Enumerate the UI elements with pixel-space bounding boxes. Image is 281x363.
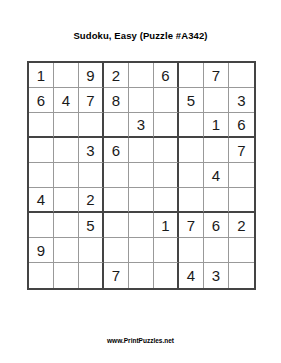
sudoku-cell[interactable]: [29, 138, 54, 163]
sudoku-cell[interactable]: 6: [104, 138, 129, 163]
sudoku-cell[interactable]: 6: [229, 113, 254, 138]
sudoku-cell[interactable]: [104, 188, 129, 213]
sudoku-cell[interactable]: 6: [29, 88, 54, 113]
sudoku-cell[interactable]: [79, 238, 104, 263]
sudoku-cell[interactable]: [29, 263, 54, 288]
sudoku-cell[interactable]: [179, 188, 204, 213]
sudoku-cell[interactable]: [129, 63, 154, 88]
sudoku-cell[interactable]: [179, 238, 204, 263]
sudoku-cell[interactable]: [54, 213, 79, 238]
sudoku-cell[interactable]: [154, 188, 179, 213]
sudoku-cell[interactable]: [229, 63, 254, 88]
sudoku-cell[interactable]: 4: [54, 88, 79, 113]
sudoku-cell[interactable]: 7: [104, 263, 129, 288]
sudoku-cell[interactable]: [204, 188, 229, 213]
sudoku-cell[interactable]: 6: [154, 63, 179, 88]
sudoku-cell[interactable]: [104, 238, 129, 263]
sudoku-cell[interactable]: [154, 263, 179, 288]
sudoku-cell[interactable]: 4: [204, 163, 229, 188]
sudoku-cell[interactable]: [79, 263, 104, 288]
sudoku-cell[interactable]: 7: [204, 63, 229, 88]
sudoku-cell[interactable]: [204, 238, 229, 263]
sudoku-cell[interactable]: [129, 238, 154, 263]
sudoku-cell[interactable]: [229, 238, 254, 263]
sudoku-cell[interactable]: [179, 138, 204, 163]
sudoku-cell[interactable]: 5: [179, 88, 204, 113]
sudoku-cell[interactable]: [154, 138, 179, 163]
sudoku-cell[interactable]: 4: [179, 263, 204, 288]
sudoku-cell[interactable]: 8: [104, 88, 129, 113]
sudoku-cell[interactable]: [54, 188, 79, 213]
sudoku-cell[interactable]: 1: [29, 63, 54, 88]
sudoku-cell[interactable]: [129, 188, 154, 213]
sudoku-cell[interactable]: [179, 63, 204, 88]
sudoku-cell[interactable]: 7: [79, 88, 104, 113]
puzzle-title: Sudoku, Easy (Puzzle #A342): [0, 30, 281, 41]
sudoku-cell[interactable]: [54, 113, 79, 138]
sudoku-cell[interactable]: 7: [229, 138, 254, 163]
sudoku-cell[interactable]: [229, 263, 254, 288]
sudoku-cell[interactable]: [79, 113, 104, 138]
sudoku-cell[interactable]: 1: [204, 113, 229, 138]
sudoku-cell[interactable]: [104, 163, 129, 188]
sudoku-cell[interactable]: [29, 163, 54, 188]
sudoku-cell[interactable]: [154, 113, 179, 138]
puzzle-page: Sudoku, Easy (Puzzle #A342) 192676478533…: [0, 0, 281, 363]
sudoku-cell[interactable]: [154, 163, 179, 188]
sudoku-cell[interactable]: 9: [79, 63, 104, 88]
sudoku-cell[interactable]: [179, 113, 204, 138]
sudoku-cell[interactable]: 9: [29, 238, 54, 263]
sudoku-cell[interactable]: 6: [204, 213, 229, 238]
sudoku-cell[interactable]: 3: [229, 88, 254, 113]
sudoku-cell[interactable]: [54, 238, 79, 263]
sudoku-cell[interactable]: [129, 138, 154, 163]
sudoku-cell[interactable]: 7: [179, 213, 204, 238]
sudoku-cell[interactable]: 2: [104, 63, 129, 88]
sudoku-cell[interactable]: [229, 163, 254, 188]
sudoku-cell[interactable]: [54, 63, 79, 88]
sudoku-cell[interactable]: [54, 263, 79, 288]
sudoku-cell[interactable]: [54, 138, 79, 163]
footer-url: www.PrintPuzzles.net: [0, 337, 281, 344]
sudoku-cell[interactable]: 3: [129, 113, 154, 138]
sudoku-cell[interactable]: [129, 213, 154, 238]
sudoku-cell[interactable]: [29, 213, 54, 238]
sudoku-cell[interactable]: 2: [229, 213, 254, 238]
sudoku-cell[interactable]: [129, 88, 154, 113]
sudoku-cell[interactable]: [29, 113, 54, 138]
sudoku-cell[interactable]: [79, 163, 104, 188]
sudoku-cell[interactable]: [54, 163, 79, 188]
sudoku-cell[interactable]: [179, 163, 204, 188]
sudoku-cell[interactable]: [204, 138, 229, 163]
sudoku-cell[interactable]: 1: [154, 213, 179, 238]
sudoku-cell[interactable]: [129, 263, 154, 288]
sudoku-cell[interactable]: [104, 213, 129, 238]
sudoku-cell[interactable]: 4: [29, 188, 54, 213]
sudoku-cell[interactable]: 3: [79, 138, 104, 163]
sudoku-cell[interactable]: 3: [204, 263, 229, 288]
sudoku-grid: 19267647853316367442517629743: [27, 61, 256, 290]
sudoku-cell[interactable]: 5: [79, 213, 104, 238]
sudoku-cell[interactable]: [229, 188, 254, 213]
sudoku-cell[interactable]: [104, 113, 129, 138]
sudoku-cell[interactable]: [154, 238, 179, 263]
sudoku-cell[interactable]: [129, 163, 154, 188]
sudoku-cell[interactable]: [204, 88, 229, 113]
sudoku-cell[interactable]: 2: [79, 188, 104, 213]
sudoku-cell[interactable]: [154, 88, 179, 113]
